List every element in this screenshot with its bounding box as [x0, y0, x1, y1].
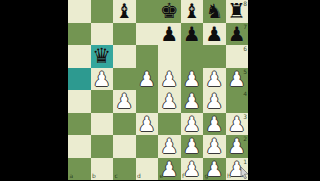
board-square-h4[interactable]: 4	[226, 90, 249, 113]
file-label-b: b	[92, 173, 96, 179]
board-square-g5[interactable]: ♟	[203, 68, 226, 91]
board-square-a8[interactable]	[68, 0, 91, 23]
board-square-b4[interactable]	[91, 90, 114, 113]
board-square-e8[interactable]: ♚	[158, 0, 181, 23]
rank-label-1: 1	[243, 159, 247, 165]
white-pawn[interactable]: ♟	[158, 90, 181, 113]
white-pawn[interactable]: ♟	[136, 113, 159, 136]
black-pawn[interactable]: ♟	[203, 23, 226, 46]
black-pawn[interactable]: ♟	[158, 23, 181, 46]
board-square-a5[interactable]	[68, 68, 91, 91]
letterbox-right	[248, 0, 320, 180]
board-square-g2[interactable]: ♟	[203, 135, 226, 158]
black-bishop[interactable]: ♝	[181, 0, 204, 23]
file-label-a: a	[70, 173, 74, 179]
board-square-f2[interactable]: ♟	[181, 135, 204, 158]
black-knight[interactable]: ♞	[203, 0, 226, 23]
board-square-g7[interactable]: ♟	[203, 23, 226, 46]
board-square-b5[interactable]: ♟	[91, 68, 114, 91]
file-label-d: d	[137, 173, 141, 179]
board-square-e2[interactable]: ♟	[158, 135, 181, 158]
white-pawn[interactable]: ♟	[203, 113, 226, 136]
board-square-f3[interactable]: ♟	[181, 113, 204, 136]
board-square-g1[interactable]: ♟g	[203, 158, 226, 181]
board-square-d2[interactable]	[136, 135, 159, 158]
board-square-f1[interactable]: ♟f	[181, 158, 204, 181]
board-square-a7[interactable]	[68, 23, 91, 46]
board-square-h8[interactable]: ♜8	[226, 0, 249, 23]
board-square-f4[interactable]: ♟	[181, 90, 204, 113]
white-pawn[interactable]: ♟	[203, 90, 226, 113]
board-square-b3[interactable]	[91, 113, 114, 136]
board-square-f5[interactable]: ♟	[181, 68, 204, 91]
board-square-a3[interactable]	[68, 113, 91, 136]
rank-label-8: 8	[243, 1, 247, 7]
video-frame: ♝♚♝♞♜8♟♟♟♟7♛6♟♟♟♟♟♟5♟♟♟♟4♟♟♟♟3♟♟♟♟2abcd♟…	[0, 0, 320, 180]
board-square-d4[interactable]	[136, 90, 159, 113]
black-pawn[interactable]: ♟	[181, 23, 204, 46]
board-square-b8[interactable]	[91, 0, 114, 23]
letterbox-left	[0, 0, 68, 180]
rank-label-2: 2	[243, 136, 247, 142]
black-bishop[interactable]: ♝	[113, 0, 136, 23]
black-king[interactable]: ♚	[158, 0, 181, 23]
board-square-b2[interactable]	[91, 135, 114, 158]
board-square-a6[interactable]	[68, 45, 91, 68]
white-pawn[interactable]: ♟	[181, 113, 204, 136]
board-square-e5[interactable]: ♟	[158, 68, 181, 91]
file-label-c: c	[115, 173, 118, 179]
white-pawn[interactable]: ♟	[203, 135, 226, 158]
board-square-c2[interactable]	[113, 135, 136, 158]
board-square-d3[interactable]: ♟	[136, 113, 159, 136]
board-square-d6[interactable]	[136, 45, 159, 68]
board-square-a1[interactable]: a	[68, 158, 91, 181]
white-pawn[interactable]: ♟	[91, 68, 114, 91]
rank-label-7: 7	[243, 24, 247, 30]
board-square-a2[interactable]	[68, 135, 91, 158]
black-queen[interactable]: ♛	[91, 45, 114, 68]
board-square-g6[interactable]	[203, 45, 226, 68]
board-square-c6[interactable]	[113, 45, 136, 68]
board-square-a4[interactable]	[68, 90, 91, 113]
board-square-d5[interactable]: ♟	[136, 68, 159, 91]
white-pawn[interactable]: ♟	[181, 68, 204, 91]
board-square-e7[interactable]: ♟	[158, 23, 181, 46]
board-square-d1[interactable]: d	[136, 158, 159, 181]
file-label-h: h	[227, 173, 231, 179]
board-square-g8[interactable]: ♞	[203, 0, 226, 23]
file-label-f: f	[182, 173, 184, 179]
white-pawn[interactable]: ♟	[113, 90, 136, 113]
board-square-h7[interactable]: ♟7	[226, 23, 249, 46]
chess-board[interactable]: ♝♚♝♞♜8♟♟♟♟7♛6♟♟♟♟♟♟5♟♟♟♟4♟♟♟♟3♟♟♟♟2abcd♟…	[68, 0, 248, 180]
board-square-c5[interactable]	[113, 68, 136, 91]
rank-label-6: 6	[243, 46, 247, 52]
board-square-h6[interactable]: 6	[226, 45, 249, 68]
white-pawn[interactable]: ♟	[181, 90, 204, 113]
board-square-c1[interactable]: c	[113, 158, 136, 181]
board-square-b7[interactable]	[91, 23, 114, 46]
board-square-g3[interactable]: ♟	[203, 113, 226, 136]
white-pawn[interactable]: ♟	[203, 68, 226, 91]
board-square-e1[interactable]: ♟e	[158, 158, 181, 181]
rank-label-5: 5	[243, 69, 247, 75]
file-label-e: e	[160, 173, 164, 179]
board-square-h3[interactable]: ♟3	[226, 113, 249, 136]
white-pawn[interactable]: ♟	[158, 68, 181, 91]
board-square-e4[interactable]: ♟	[158, 90, 181, 113]
board-square-c7[interactable]	[113, 23, 136, 46]
board-square-e3[interactable]	[158, 113, 181, 136]
white-pawn[interactable]: ♟	[158, 135, 181, 158]
board-square-c3[interactable]	[113, 113, 136, 136]
board-square-b1[interactable]: b	[91, 158, 114, 181]
board-square-f7[interactable]: ♟	[181, 23, 204, 46]
white-pawn[interactable]: ♟	[136, 68, 159, 91]
board-square-h2[interactable]: ♟2	[226, 135, 249, 158]
board-square-d7[interactable]	[136, 23, 159, 46]
board-square-c8[interactable]: ♝	[113, 0, 136, 23]
board-square-b6[interactable]: ♛	[91, 45, 114, 68]
file-label-g: g	[205, 173, 209, 179]
board-square-h5[interactable]: ♟5	[226, 68, 249, 91]
board-square-c4[interactable]: ♟	[113, 90, 136, 113]
white-pawn[interactable]: ♟	[181, 135, 204, 158]
board-square-e6[interactable]	[158, 45, 181, 68]
board-square-g4[interactable]: ♟	[203, 90, 226, 113]
board-square-f8[interactable]: ♝	[181, 0, 204, 23]
rank-label-4: 4	[243, 91, 247, 97]
board-square-d8[interactable]	[136, 0, 159, 23]
board-square-f6[interactable]	[181, 45, 204, 68]
mouse-cursor-icon	[240, 167, 249, 179]
rank-label-3: 3	[243, 114, 247, 120]
